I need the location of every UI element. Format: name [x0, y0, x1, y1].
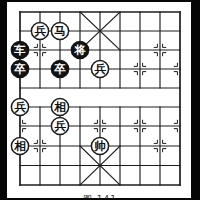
point-marker — [154, 140, 158, 144]
point-marker — [34, 140, 38, 144]
point-marker — [103, 120, 107, 124]
piece-character: 相 — [53, 100, 66, 114]
point-marker — [94, 120, 98, 124]
piece-character: 帅 — [93, 139, 106, 153]
point-marker — [94, 129, 98, 133]
piece-character: 兵 — [14, 100, 26, 114]
point-marker — [143, 129, 147, 133]
point-marker — [174, 120, 178, 124]
point-marker — [134, 129, 138, 133]
point-marker — [134, 72, 138, 76]
point-marker — [43, 53, 47, 57]
point-marker — [163, 140, 167, 144]
piece-character: 兵 — [34, 24, 46, 38]
piece-black-将: 将 — [71, 41, 88, 58]
piece-red-马: 马 — [51, 22, 68, 39]
point-marker — [174, 129, 178, 133]
point-marker — [174, 72, 178, 76]
scanned-xiangqi-diagram: 兵马车将卒卒兵兵相兵相帅 图 141 — [0, 0, 200, 200]
diagram-caption-text: 图 141 — [83, 194, 117, 198]
point-marker — [103, 129, 107, 133]
piece-character: 相 — [13, 139, 26, 153]
piece-black-车: 车 — [11, 41, 28, 58]
piece-red-帅: 帅 — [91, 137, 108, 154]
piece-red-兵: 兵 — [11, 98, 28, 115]
piece-red-兵: 兵 — [31, 22, 48, 39]
point-marker — [163, 53, 167, 57]
piece-red-相: 相 — [11, 137, 28, 154]
piece-black-卒: 卒 — [51, 60, 68, 77]
point-marker — [143, 72, 147, 76]
point-marker — [154, 149, 158, 153]
piece-red-兵: 兵 — [51, 117, 68, 134]
piece-character: 兵 — [94, 62, 106, 76]
piece-red-兵: 兵 — [91, 60, 108, 77]
point-marker — [23, 120, 27, 124]
piece-character: 兵 — [54, 119, 66, 133]
point-marker — [154, 53, 158, 57]
point-marker — [43, 140, 47, 144]
point-marker — [174, 63, 178, 67]
point-marker — [154, 44, 158, 48]
point-marker — [34, 149, 38, 153]
point-marker — [163, 149, 167, 153]
diagram-caption: 图 141 — [0, 194, 200, 198]
point-marker — [143, 63, 147, 67]
piece-character: 车 — [13, 43, 26, 57]
point-marker — [34, 53, 38, 57]
piece-character: 将 — [73, 43, 86, 57]
point-marker — [34, 44, 38, 48]
point-marker — [134, 120, 138, 124]
piece-character: 马 — [54, 24, 66, 38]
point-marker — [163, 44, 167, 48]
piece-character: 卒 — [13, 62, 26, 76]
piece-red-相: 相 — [51, 98, 68, 115]
point-marker — [134, 63, 138, 67]
piece-character: 卒 — [53, 62, 66, 76]
point-marker — [23, 129, 27, 133]
point-marker — [43, 44, 47, 48]
point-marker — [143, 120, 147, 124]
xiangqi-board: 兵马车将卒卒兵兵相兵相帅 — [0, 0, 200, 200]
point-marker — [43, 149, 47, 153]
piece-black-卒: 卒 — [11, 60, 28, 77]
